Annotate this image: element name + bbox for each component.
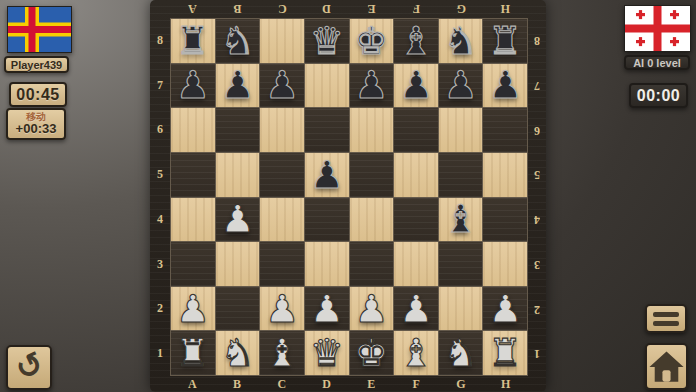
square-e8[interactable]: ♚ <box>350 19 394 63</box>
right-player-clock: 00:00 <box>629 83 688 108</box>
home-button[interactable] <box>645 343 688 390</box>
square-h6[interactable] <box>483 108 527 152</box>
piece-black-king[interactable]: ♚ <box>354 22 388 60</box>
coordinate-label: 6 <box>528 108 546 153</box>
piece-black-queen[interactable]: ♛ <box>310 22 344 60</box>
coordinate-label: E <box>349 0 394 18</box>
coordinate-label: 1 <box>150 331 170 376</box>
rank-labels-right: 87654321 <box>528 18 546 376</box>
square-b6[interactable] <box>216 108 260 152</box>
left-player-increment-plate: 移动 +00:33 <box>6 108 66 140</box>
menu-icon <box>653 312 679 317</box>
square-g2[interactable] <box>439 287 483 331</box>
square-a2[interactable]: ♟ <box>171 287 215 331</box>
file-labels-top: ABCDEFGH <box>170 0 528 18</box>
square-g5[interactable] <box>439 153 483 197</box>
square-d5[interactable]: ♟ <box>305 153 349 197</box>
square-d4[interactable] <box>305 198 349 242</box>
coordinate-label: A <box>170 376 215 392</box>
square-b1[interactable]: ♞ <box>216 331 260 375</box>
square-d2[interactable]: ♟ <box>305 287 349 331</box>
square-f6[interactable] <box>394 108 438 152</box>
square-d1[interactable]: ♛ <box>305 331 349 375</box>
square-a3[interactable] <box>171 242 215 286</box>
piece-white-pawn[interactable]: ♟ <box>265 290 299 328</box>
square-e5[interactable] <box>350 153 394 197</box>
left-player-clock: 00:45 <box>9 82 67 107</box>
piece-white-bishop[interactable]: ♝ <box>399 334 433 372</box>
square-g7[interactable]: ♟ <box>439 64 483 108</box>
coordinate-label: 5 <box>150 152 170 197</box>
home-icon <box>647 347 686 387</box>
piece-white-rook[interactable]: ♜ <box>176 334 210 372</box>
piece-white-bishop[interactable]: ♝ <box>265 334 299 372</box>
square-a6[interactable] <box>171 108 215 152</box>
coordinate-label: 6 <box>150 108 170 153</box>
coordinate-label: 2 <box>150 287 170 332</box>
square-c6[interactable] <box>260 108 304 152</box>
piece-white-knight[interactable]: ♞ <box>444 334 478 372</box>
coordinate-label: G <box>439 376 484 392</box>
undo-button[interactable]: ↺ <box>6 345 52 390</box>
square-b7[interactable]: ♟ <box>216 64 260 108</box>
square-h3[interactable] <box>483 242 527 286</box>
rank-labels-left: 87654321 <box>150 18 170 376</box>
square-b8[interactable]: ♞ <box>216 19 260 63</box>
square-c3[interactable] <box>260 242 304 286</box>
coordinate-label: 4 <box>150 197 170 242</box>
square-a8[interactable]: ♜ <box>171 19 215 63</box>
coordinate-label: H <box>483 376 528 392</box>
square-f2[interactable]: ♟ <box>394 287 438 331</box>
coordinate-label: 5 <box>528 152 546 197</box>
square-c1[interactable]: ♝ <box>260 331 304 375</box>
square-b2[interactable] <box>216 287 260 331</box>
piece-black-pawn[interactable]: ♟ <box>354 66 388 104</box>
square-d3[interactable] <box>305 242 349 286</box>
piece-white-pawn[interactable]: ♟ <box>220 200 254 238</box>
piece-black-pawn[interactable]: ♟ <box>265 66 299 104</box>
piece-black-pawn[interactable]: ♟ <box>399 66 433 104</box>
square-h5[interactable] <box>483 153 527 197</box>
menu-button[interactable] <box>645 304 687 333</box>
piece-white-pawn[interactable]: ♟ <box>310 290 344 328</box>
square-c8[interactable] <box>260 19 304 63</box>
square-h4[interactable] <box>483 198 527 242</box>
coordinate-label: C <box>260 376 305 392</box>
piece-black-knight[interactable]: ♞ <box>444 22 478 60</box>
square-a5[interactable] <box>171 153 215 197</box>
square-f7[interactable]: ♟ <box>394 64 438 108</box>
coordinate-label: D <box>304 376 349 392</box>
board-squares: ♜♞♛♚♝♞♜♟♟♟♟♟♟♟♟♟♝♟♟♟♟♟♟♜♞♝♛♚♝♞♜ <box>170 18 528 376</box>
square-b3[interactable] <box>216 242 260 286</box>
square-f3[interactable] <box>394 242 438 286</box>
coordinate-label: 3 <box>150 242 170 287</box>
square-e2[interactable]: ♟ <box>350 287 394 331</box>
menu-icon <box>653 321 679 326</box>
square-h2[interactable]: ♟ <box>483 287 527 331</box>
coordinate-label: D <box>304 0 349 18</box>
undo-arrow-icon: ↺ <box>10 345 48 385</box>
square-e4[interactable] <box>350 198 394 242</box>
coordinate-label: G <box>439 0 484 18</box>
piece-black-pawn[interactable]: ♟ <box>488 66 522 104</box>
coordinate-label: 3 <box>528 242 546 287</box>
square-a1[interactable]: ♜ <box>171 331 215 375</box>
right-player-name: AI 0 level <box>624 55 690 70</box>
square-f1[interactable]: ♝ <box>394 331 438 375</box>
piece-black-pawn[interactable]: ♟ <box>310 156 344 194</box>
coordinate-label: 8 <box>528 18 546 63</box>
square-g8[interactable]: ♞ <box>439 19 483 63</box>
piece-black-pawn[interactable]: ♟ <box>444 66 478 104</box>
piece-black-bishop[interactable]: ♝ <box>444 200 478 238</box>
piece-white-pawn[interactable]: ♟ <box>488 290 522 328</box>
coordinate-label: B <box>215 376 260 392</box>
file-labels-bottom: ABCDEFGH <box>170 376 528 392</box>
piece-black-pawn[interactable]: ♟ <box>220 66 254 104</box>
square-b5[interactable] <box>216 153 260 197</box>
aland-islands-flag <box>7 6 72 53</box>
square-e7[interactable]: ♟ <box>350 64 394 108</box>
piece-black-pawn[interactable]: ♟ <box>176 66 210 104</box>
square-g4[interactable]: ♝ <box>439 198 483 242</box>
piece-white-pawn[interactable]: ♟ <box>176 290 210 328</box>
coordinate-label: A <box>170 0 215 18</box>
square-e1[interactable]: ♚ <box>350 331 394 375</box>
square-g3[interactable] <box>439 242 483 286</box>
piece-white-pawn[interactable]: ♟ <box>399 290 433 328</box>
piece-white-knight[interactable]: ♞ <box>220 334 254 372</box>
chess-board: ABCDEFGH ABCDEFGH 87654321 87654321 ♜♞♛♚… <box>150 0 546 392</box>
piece-black-knight[interactable]: ♞ <box>220 22 254 60</box>
square-d8[interactable]: ♛ <box>305 19 349 63</box>
square-a7[interactable]: ♟ <box>171 64 215 108</box>
chess-app-screen: Player439 00:45 移动 +00:33 AI 0 level 00:… <box>0 0 696 392</box>
piece-white-king[interactable]: ♚ <box>354 334 388 372</box>
square-f8[interactable]: ♝ <box>394 19 438 63</box>
coordinate-label: 7 <box>528 63 546 108</box>
coordinate-label: H <box>483 0 528 18</box>
square-f5[interactable] <box>394 153 438 197</box>
coordinate-label: 7 <box>150 63 170 108</box>
coordinate-label: 8 <box>150 18 170 63</box>
square-c2[interactable]: ♟ <box>260 287 304 331</box>
square-d6[interactable] <box>305 108 349 152</box>
square-g1[interactable]: ♞ <box>439 331 483 375</box>
square-h1[interactable]: ♜ <box>483 331 527 375</box>
coordinate-label: F <box>394 376 439 392</box>
square-c5[interactable] <box>260 153 304 197</box>
square-c7[interactable]: ♟ <box>260 64 304 108</box>
coordinate-label: 1 <box>528 331 546 376</box>
square-h7[interactable]: ♟ <box>483 64 527 108</box>
piece-black-rook[interactable]: ♜ <box>488 22 522 60</box>
coordinate-label: E <box>349 376 394 392</box>
increment-value: +00:33 <box>16 122 57 136</box>
square-h8[interactable]: ♜ <box>483 19 527 63</box>
piece-black-bishop[interactable]: ♝ <box>399 22 433 60</box>
square-a4[interactable] <box>171 198 215 242</box>
square-c4[interactable] <box>260 198 304 242</box>
coordinate-label: F <box>394 0 439 18</box>
square-d7[interactable] <box>305 64 349 108</box>
piece-white-queen[interactable]: ♛ <box>310 334 344 372</box>
square-e6[interactable] <box>350 108 394 152</box>
piece-black-rook[interactable]: ♜ <box>176 22 210 60</box>
georgia-flag <box>624 5 691 52</box>
coordinate-label: B <box>215 0 260 18</box>
square-f4[interactable] <box>394 198 438 242</box>
left-player-name: Player439 <box>4 56 69 73</box>
coordinate-label: 4 <box>528 197 546 242</box>
coordinate-label: 2 <box>528 287 546 332</box>
coordinate-label: C <box>260 0 305 18</box>
square-e3[interactable] <box>350 242 394 286</box>
square-g6[interactable] <box>439 108 483 152</box>
piece-white-rook[interactable]: ♜ <box>488 334 522 372</box>
piece-white-pawn[interactable]: ♟ <box>354 290 388 328</box>
square-b4[interactable]: ♟ <box>216 198 260 242</box>
